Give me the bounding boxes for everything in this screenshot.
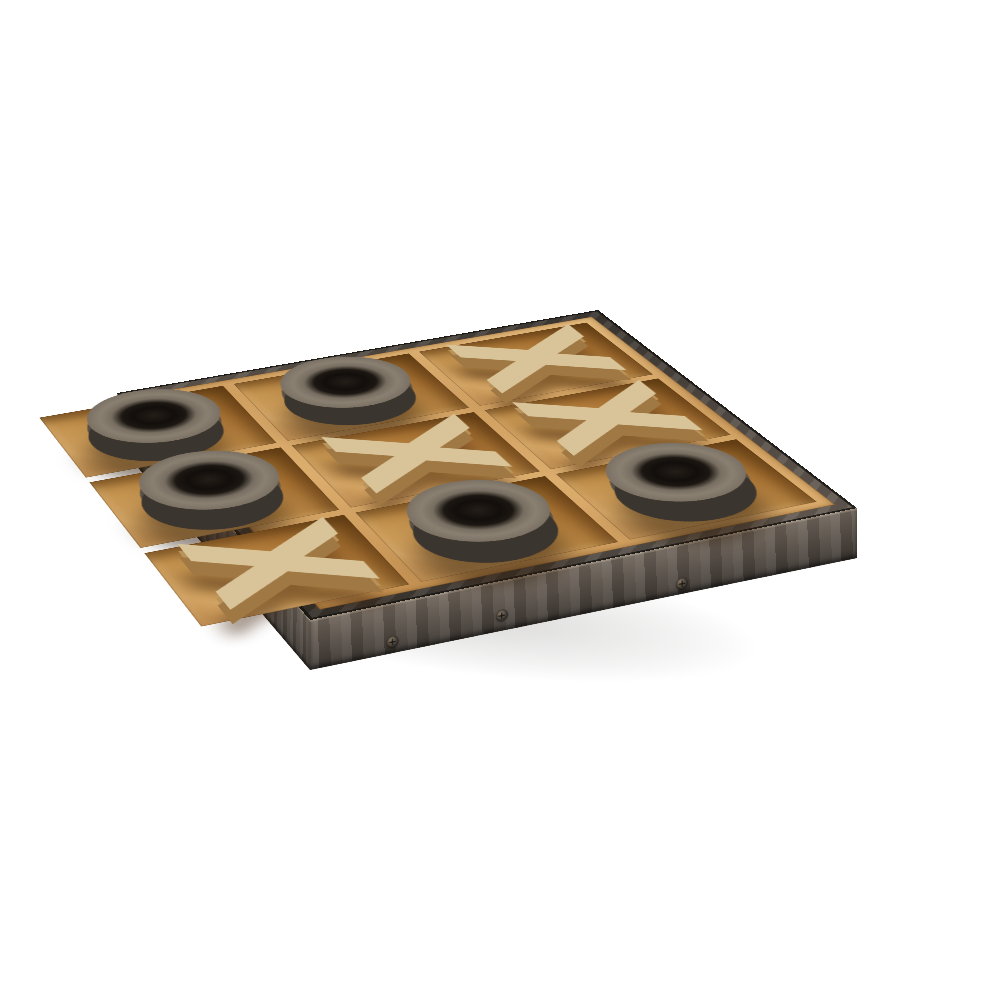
piece-o: O (71, 381, 240, 452)
product-photo-scene: + + + + + OOXOXXXOO (0, 0, 990, 990)
screw-icon: + (496, 609, 508, 622)
piece-o: O (262, 349, 431, 417)
screw-icon: + (676, 577, 688, 590)
screw-icon: + (387, 635, 399, 648)
